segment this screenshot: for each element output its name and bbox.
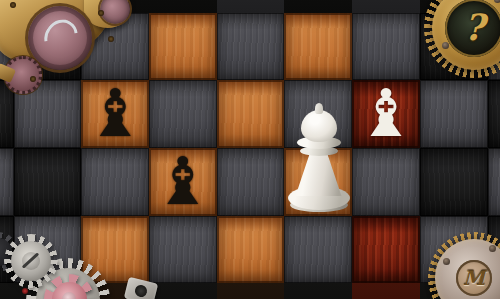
white-pawn[interactable] xyxy=(286,106,352,216)
bolt-hole-icon xyxy=(134,284,149,299)
screw-icon xyxy=(108,36,114,42)
clock-dial-icon xyxy=(28,6,92,70)
menu-icon[interactable]: M xyxy=(463,266,485,290)
screw-icon xyxy=(98,10,104,16)
spring-swirl-icon xyxy=(38,13,85,61)
gear-center-disc: ? xyxy=(445,0,500,57)
help-icon[interactable]: ? xyxy=(463,6,484,48)
jewel-icon xyxy=(443,258,450,265)
metal-bit xyxy=(124,277,158,299)
black-bishop[interactable]: ♝ xyxy=(149,148,217,216)
jewel-icon xyxy=(489,245,496,252)
jewel-icon xyxy=(494,0,500,3)
jewel-icon xyxy=(442,42,449,49)
screw-icon xyxy=(10,2,16,8)
game-screen: ♝♝♝ ? M xyxy=(0,0,500,299)
red-jewel-icon xyxy=(22,288,28,294)
small-dial-icon xyxy=(100,0,130,24)
steel-gear-icon xyxy=(4,234,58,288)
gears-ornament xyxy=(0,218,170,299)
clock-ornament xyxy=(0,0,140,95)
screw-icon xyxy=(30,76,36,82)
white-bishop[interactable]: ♝ xyxy=(352,80,420,148)
